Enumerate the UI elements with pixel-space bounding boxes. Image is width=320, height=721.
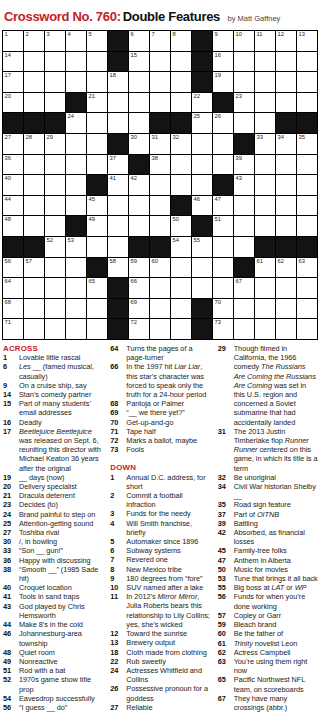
grid-cell[interactable] (171, 155, 191, 175)
clue-text: Actresses Whitfield and Collins (126, 666, 202, 684)
grid-cell[interactable] (234, 216, 254, 236)
clue-number-label: 30 (3, 537, 11, 546)
grid-cell[interactable] (276, 196, 296, 216)
grid-cell[interactable] (171, 93, 191, 113)
down-clue-22: 22Rub sweetly (110, 657, 210, 666)
grid-cell[interactable] (87, 155, 107, 175)
clue-number-label: 1 (110, 473, 114, 482)
grid-cell[interactable] (24, 52, 44, 72)
grid-cell[interactable]: 15 (129, 52, 149, 72)
clue-number-label: 67 (218, 694, 226, 703)
clue-number: 16 (215, 52, 221, 59)
clue-number-label: 27 (110, 703, 118, 712)
grid-cell[interactable]: 27 (3, 134, 23, 154)
grid-cell[interactable]: 29 (45, 134, 65, 154)
grid-cell[interactable] (234, 237, 254, 257)
grid-cell[interactable] (213, 155, 233, 175)
down-clue-60: 60Be the father of (218, 629, 318, 638)
grid-cell[interactable] (255, 196, 275, 216)
grid-cell[interactable]: 52 (45, 237, 65, 257)
clue-number: 58 (110, 258, 116, 265)
clue-number-label: 13 (110, 638, 118, 647)
grid-cell[interactable] (255, 299, 275, 319)
grid-cell[interactable] (87, 113, 107, 133)
grid-cell[interactable] (108, 113, 128, 133)
grid-cell[interactable] (45, 278, 65, 298)
clue-number: 4 (68, 31, 71, 38)
grid-cell[interactable] (66, 278, 86, 298)
grid-cell[interactable] (276, 319, 296, 339)
across-clue-68: 68Pantoja or Palmer (110, 399, 210, 408)
grid-cell[interactable] (192, 155, 212, 175)
grid-cell[interactable]: 51 (213, 216, 233, 236)
clue-text: In 2012’s Mirror Mirror, Julia Roberts b… (126, 592, 209, 629)
clue-number-label: 65 (218, 675, 226, 684)
grid-cell[interactable] (171, 258, 191, 278)
clue-number: 34 (278, 134, 284, 141)
clue-number: 44 (5, 196, 11, 203)
grid-cell[interactable]: 5 (87, 31, 107, 51)
block-cell (108, 52, 128, 72)
grid-cell[interactable] (255, 113, 275, 133)
grid-cell[interactable] (276, 72, 296, 92)
grid-cell[interactable] (255, 216, 275, 236)
grid-cell[interactable] (66, 319, 86, 339)
clue-text: Commit a football infraction (126, 491, 182, 509)
down-clue-47: 47Anthem in Alberta (218, 556, 318, 565)
grid-cell[interactable] (171, 52, 191, 72)
across-clue-6: 6Les __ (famed musical, casually) (3, 362, 103, 380)
clue-text: “Son __ gun!” (19, 546, 63, 555)
grid-cell[interactable] (192, 134, 212, 154)
grid-cell[interactable]: 67 (234, 278, 254, 298)
clue-text: Tools in sand traps (19, 592, 79, 601)
grid-cell[interactable] (87, 319, 107, 339)
grid-cell[interactable] (276, 93, 296, 113)
clue-number-label: 11 (110, 592, 118, 601)
grid-cell[interactable]: 58 (108, 258, 128, 278)
grid-cell[interactable] (45, 216, 65, 236)
block-cell (213, 93, 233, 113)
grid-cell[interactable] (150, 216, 170, 236)
grid-cell[interactable] (171, 175, 191, 195)
grid-cell[interactable] (66, 52, 86, 72)
grid-cell[interactable] (276, 216, 296, 236)
grid-cell[interactable] (150, 72, 170, 92)
block-cell (213, 175, 233, 195)
grid-cell[interactable] (24, 72, 44, 92)
clue-number-label: 35 (218, 500, 226, 509)
grid-cell[interactable] (255, 175, 275, 195)
clue-text: Family-tree folks (234, 546, 287, 555)
grid-cell[interactable]: 20 (3, 93, 23, 113)
across-clue-70: 70Get-up-and-go (110, 418, 210, 427)
clue-text: Funds for when you’re done working (234, 592, 306, 610)
clue-number: 49 (89, 216, 95, 223)
grid-cell[interactable] (297, 196, 317, 216)
grid-cell[interactable] (45, 52, 65, 72)
clue-text: Toshiba rival (19, 528, 59, 537)
grid-cell[interactable] (255, 72, 275, 92)
grid-cell[interactable]: 32 (171, 134, 191, 154)
clue-number: 8 (173, 31, 176, 38)
grid-cell[interactable] (66, 155, 86, 175)
clue-number-label: 46 (3, 629, 11, 638)
clue-number-label: 3 (110, 509, 114, 518)
grid-cell[interactable]: 69 (129, 299, 149, 319)
grid-cell[interactable] (192, 278, 212, 298)
grid-cell[interactable]: 68 (3, 299, 23, 319)
grid-cell[interactable] (66, 258, 86, 278)
clue-number: 41 (110, 175, 116, 182)
grid-cell[interactable] (150, 175, 170, 195)
block-cell (129, 237, 149, 257)
across-clue-66: 66In the 1997 hit Liar Liar, this star’s… (110, 362, 210, 399)
grid-cell[interactable] (255, 319, 275, 339)
grid-cell[interactable] (213, 134, 233, 154)
grid-cell[interactable]: 12 (276, 31, 296, 51)
block-cell (171, 113, 191, 133)
grid-cell[interactable] (24, 196, 44, 216)
grid-cell[interactable] (276, 278, 296, 298)
grid-cell[interactable]: 70 (213, 299, 233, 319)
grid-cell[interactable]: 8 (171, 31, 191, 51)
grid-cell[interactable] (129, 113, 149, 133)
grid-cell[interactable] (297, 299, 317, 319)
across-clue-51: 51Rod with a bat (3, 666, 103, 675)
grid-cell[interactable]: 57 (24, 258, 44, 278)
grid-cell[interactable] (24, 278, 44, 298)
clue-number: 68 (5, 299, 11, 306)
grid-cell[interactable]: 61 (255, 258, 275, 278)
grid-cell[interactable] (276, 52, 296, 72)
grid-cell[interactable] (234, 72, 254, 92)
grid-cell[interactable] (297, 72, 317, 92)
block-cell (108, 31, 128, 51)
down-clue-27: 27Reliable (110, 703, 210, 712)
grid-cell[interactable]: 55 (192, 237, 212, 257)
grid-cell[interactable]: 53 (66, 237, 86, 257)
grid-cell[interactable] (213, 237, 233, 257)
clue-number: 54 (173, 237, 179, 244)
grid-cell[interactable] (45, 299, 65, 319)
grid-cell[interactable]: 38 (150, 155, 170, 175)
grid-cell[interactable]: 41 (108, 175, 128, 195)
clue-number-label: 2 (110, 491, 114, 500)
clues-section: ACROSS1Lovable little rascal6Les __ (fam… (0, 340, 320, 712)
grid-cell[interactable] (87, 299, 107, 319)
grid-cell[interactable]: 11 (255, 31, 275, 51)
clue-text: /, in bowling (19, 537, 57, 546)
clue-number: 36 (5, 155, 11, 162)
block-cell (66, 93, 86, 113)
crossword-grid: 1234567891011121314151617181920212223242… (2, 30, 318, 340)
grid-cell[interactable]: 35 (297, 134, 317, 154)
clue-text: New Mexico tribe (126, 565, 182, 574)
grid-cell[interactable] (234, 319, 254, 339)
clue-number: 29 (47, 134, 53, 141)
grid-cell[interactable] (213, 258, 233, 278)
clue-number-label: 8 (110, 565, 114, 574)
grid-cell[interactable] (234, 196, 254, 216)
grid-cell[interactable] (150, 278, 170, 298)
grid-cell[interactable]: 30 (129, 134, 149, 154)
across-clue-54: 54Eavesdrop successfully (3, 694, 103, 703)
grid-cell[interactable]: 42 (129, 175, 149, 195)
clue-number-label: 12 (110, 629, 118, 638)
clue-number: 9 (215, 31, 218, 38)
across-clue-71: 71Tape half (110, 427, 210, 436)
grid-cell[interactable]: 36 (3, 155, 23, 175)
grid-cell[interactable] (24, 216, 44, 236)
grid-cell[interactable]: 28 (24, 134, 44, 154)
grid-cell[interactable] (297, 175, 317, 195)
grid-cell[interactable]: 65 (87, 278, 107, 298)
grid-cell[interactable]: 18 (108, 72, 128, 92)
grid-cell[interactable]: 34 (276, 134, 296, 154)
grid-cell[interactable] (45, 93, 65, 113)
grid-cell[interactable]: 39 (234, 155, 254, 175)
clue-number-label: 38 (3, 565, 11, 574)
clue-number: 37 (110, 155, 116, 162)
clue-number: 66 (131, 278, 137, 285)
grid-cell[interactable]: 4 (66, 31, 86, 51)
clue-text: Croquet location (19, 583, 72, 592)
grid-cell[interactable] (24, 319, 44, 339)
grid-cell[interactable] (234, 299, 254, 319)
grid-cell[interactable]: 40 (3, 175, 23, 195)
grid-cell[interactable] (171, 299, 191, 319)
grid-cell[interactable]: 73 (213, 319, 233, 339)
clue-number: 71 (5, 319, 11, 326)
clue-number: 48 (5, 216, 11, 223)
grid-cell[interactable] (45, 175, 65, 195)
grid-cell[interactable] (234, 113, 254, 133)
grid-cell[interactable]: 44 (3, 196, 23, 216)
clue-text: Brand painful to step on (19, 510, 95, 519)
grid-cell[interactable] (24, 299, 44, 319)
grid-cell[interactable]: 26 (213, 113, 233, 133)
grid-cell[interactable] (171, 72, 191, 92)
clue-number-label: 63 (218, 657, 226, 666)
grid-cell[interactable]: 33 (255, 134, 275, 154)
clue-text: Tune that brings it all back (234, 574, 318, 583)
clue-number: 10 (236, 31, 242, 38)
clue-number: 20 (5, 93, 11, 100)
grid-cell[interactable]: 3 (45, 31, 65, 51)
grid-cell[interactable] (45, 196, 65, 216)
clue-number-label: 62 (218, 648, 226, 657)
clue-text: Les __ (famed musical, casually) (19, 362, 94, 380)
clue-number: 61 (257, 258, 263, 265)
grid-cell[interactable]: 23 (234, 93, 254, 113)
grid-cell[interactable]: 24 (66, 113, 86, 133)
grid-cell[interactable]: 71 (3, 319, 23, 339)
grid-cell[interactable] (87, 72, 107, 92)
grid-cell[interactable] (150, 319, 170, 339)
grid-cell[interactable]: 37 (108, 155, 128, 175)
clue-column-2: 64Turns the pages of a page-turner66In t… (110, 344, 210, 712)
grid-cell[interactable]: 19 (213, 72, 233, 92)
grid-cell[interactable] (297, 93, 317, 113)
grid-cell[interactable] (108, 216, 128, 236)
across-clue-16: 16Deadly (3, 418, 103, 427)
clue-number: 53 (68, 237, 74, 244)
grid-cell[interactable] (87, 134, 107, 154)
block-cell (129, 155, 149, 175)
grid-cell[interactable]: 21 (87, 93, 107, 113)
grid-cell[interactable]: 54 (171, 237, 191, 257)
grid-cell[interactable] (171, 278, 191, 298)
grid-cell[interactable]: 72 (129, 319, 149, 339)
grid-cell[interactable]: 59 (129, 258, 149, 278)
grid-cell[interactable] (297, 278, 317, 298)
grid-cell[interactable] (276, 175, 296, 195)
grid-cell[interactable] (108, 237, 128, 257)
down-clue-37: 37Part of OITNB (218, 510, 318, 519)
grid-cell[interactable]: 1 (3, 31, 23, 51)
grid-cell[interactable]: 2 (24, 31, 44, 51)
grid-cell[interactable]: 49 (87, 216, 107, 236)
grid-cell[interactable] (276, 155, 296, 175)
grid-cell[interactable] (150, 93, 170, 113)
clue-text: “I guess __ do” (19, 703, 67, 712)
clue-number-label: 19 (3, 473, 11, 482)
grid-cell[interactable] (255, 155, 275, 175)
grid-cell[interactable] (150, 196, 170, 216)
grid-cell[interactable] (129, 216, 149, 236)
grid-cell[interactable]: 9 (213, 31, 233, 51)
grid-cell[interactable] (150, 299, 170, 319)
grid-cell[interactable] (24, 155, 44, 175)
grid-cell[interactable] (45, 72, 65, 92)
clue-number-label: 57 (218, 611, 226, 620)
grid-cell[interactable] (297, 155, 317, 175)
down-header: DOWN (110, 463, 210, 472)
clue-number-label: 71 (110, 427, 118, 436)
grid-cell[interactable] (24, 175, 44, 195)
grid-cell[interactable] (66, 175, 86, 195)
grid-cell[interactable] (234, 52, 254, 72)
grid-cell[interactable] (129, 72, 149, 92)
grid-cell[interactable] (192, 175, 212, 195)
grid-cell[interactable] (192, 258, 212, 278)
grid-cell[interactable]: 31 (150, 134, 170, 154)
grid-cell[interactable] (24, 93, 44, 113)
grid-cell[interactable] (87, 237, 107, 257)
grid-cell[interactable]: 16 (213, 52, 233, 72)
clue-number-label: 20 (3, 482, 11, 491)
clue-number-label: 9 (3, 381, 7, 390)
grid-cell[interactable] (150, 52, 170, 72)
across-header: ACROSS (3, 344, 103, 353)
clue-text: Funds for the needy (126, 509, 190, 518)
across-clue-21: 21Dracula deterrent (3, 491, 103, 500)
grid-cell[interactable]: 56 (3, 258, 23, 278)
block-cell (234, 134, 254, 154)
grid-cell[interactable] (45, 155, 65, 175)
grid-cell[interactable]: 17 (3, 72, 23, 92)
grid-cell[interactable] (66, 299, 86, 319)
block-cell (192, 299, 212, 319)
clue-number: 25 (194, 113, 200, 120)
grid-cell[interactable] (297, 319, 317, 339)
grid-cell[interactable] (213, 278, 233, 298)
clue-text: Will Smith franchise, briefly (126, 519, 191, 537)
grid-cell[interactable] (66, 72, 86, 92)
clue-number-label: 48 (3, 648, 11, 657)
grid-cell[interactable] (171, 319, 191, 339)
grid-cell[interactable]: 62 (276, 258, 296, 278)
grid-cell[interactable]: 10 (234, 31, 254, 51)
clue-number-label: 6 (110, 546, 114, 555)
clue-number-label: 15 (3, 399, 11, 408)
grid-cell[interactable]: 60 (150, 258, 170, 278)
grid-cell[interactable]: 50 (171, 216, 191, 236)
grid-cell[interactable] (87, 52, 107, 72)
grid-cell[interactable] (129, 93, 149, 113)
clue-number: 27 (5, 134, 11, 141)
block-cell (276, 237, 296, 257)
grid-cell[interactable] (129, 196, 149, 216)
grid-cell[interactable] (45, 319, 65, 339)
grid-cell[interactable] (45, 258, 65, 278)
grid-cell[interactable]: 7 (150, 31, 170, 51)
clue-text: Actress Campbell (234, 648, 291, 657)
grid-cell[interactable] (255, 52, 275, 72)
clue-number-label: 56 (218, 592, 226, 601)
grid-cell[interactable]: 6 (129, 31, 149, 51)
grid-cell[interactable]: 45 (87, 196, 107, 216)
clue-number: 22 (194, 93, 200, 100)
grid-cell[interactable]: 13 (297, 31, 317, 51)
grid-cell[interactable] (66, 196, 86, 216)
clue-number-label: 29 (218, 344, 226, 353)
grid-cell[interactable]: 63 (297, 258, 317, 278)
grid-cell[interactable]: 66 (129, 278, 149, 298)
grid-cell[interactable]: 47 (213, 196, 233, 216)
across-clue-25: 25Attention-getting sound (3, 519, 103, 528)
grid-cell[interactable] (255, 278, 275, 298)
page-title-theme: Double Features (123, 9, 220, 24)
grid-cell[interactable] (297, 216, 317, 236)
grid-cell[interactable] (276, 299, 296, 319)
grid-cell[interactable]: 14 (3, 52, 23, 72)
across-clue-30: 30/, in bowling (3, 537, 103, 546)
block-cell (297, 113, 317, 133)
grid-cell[interactable] (108, 196, 128, 216)
grid-cell[interactable]: 46 (192, 196, 212, 216)
grid-cell[interactable]: 22 (192, 93, 212, 113)
grid-cell[interactable]: 25 (192, 113, 212, 133)
clue-text: Revered one (126, 555, 168, 564)
clue-number: 24 (68, 113, 74, 120)
down-clue-13: 13Brewery output (110, 638, 210, 647)
down-clue-63: 63You’re using them right now (218, 657, 318, 675)
grid-cell[interactable]: 43 (234, 175, 254, 195)
clue-text: SUV named after a lake (126, 583, 203, 592)
clue-number-label: 21 (3, 491, 11, 500)
grid-cell[interactable]: 48 (3, 216, 23, 236)
clue-text: Johannesburg-area township (19, 629, 82, 647)
grid-cell[interactable] (108, 93, 128, 113)
down-clue-62: 62Actress Campbell (218, 648, 318, 657)
clue-number-label: 70 (110, 418, 118, 427)
grid-cell[interactable] (255, 93, 275, 113)
grid-cell[interactable] (297, 52, 317, 72)
grid-cell[interactable]: 64 (3, 278, 23, 298)
grid-cell[interactable] (66, 134, 86, 154)
